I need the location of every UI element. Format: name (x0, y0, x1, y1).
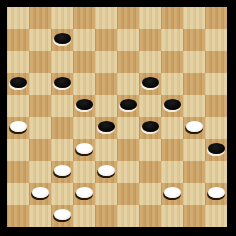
square-r3c9-light (205, 73, 227, 95)
square-r2c5-dark[interactable] (117, 51, 139, 73)
square-r4c9-dark[interactable] (205, 95, 227, 117)
square-r7c9-light (205, 161, 227, 183)
square-r8c7-dark[interactable] (161, 183, 183, 205)
square-r5c1-light (29, 117, 51, 139)
square-r9c4-dark[interactable] (95, 205, 117, 227)
black-man[interactable] (54, 33, 71, 44)
square-r0c6-light (139, 7, 161, 29)
square-r0c7-dark[interactable] (161, 7, 183, 29)
square-r5c6-dark[interactable] (139, 117, 161, 139)
square-r9c5-light (117, 205, 139, 227)
square-r7c7-light (161, 161, 183, 183)
square-r7c8-dark[interactable] (183, 161, 205, 183)
square-r1c6-dark[interactable] (139, 29, 161, 51)
square-r0c3-dark[interactable] (73, 7, 95, 29)
square-r2c7-dark[interactable] (161, 51, 183, 73)
square-r7c3-light (73, 161, 95, 183)
square-r7c4-dark[interactable] (95, 161, 117, 183)
white-man[interactable] (186, 121, 203, 132)
square-r1c9-light (205, 29, 227, 51)
square-r5c3-light (73, 117, 95, 139)
square-r0c0-light (7, 7, 29, 29)
square-r0c4-light (95, 7, 117, 29)
white-man[interactable] (98, 165, 115, 176)
square-r2c6-light (139, 51, 161, 73)
square-r2c8-light (183, 51, 205, 73)
square-r5c4-dark[interactable] (95, 117, 117, 139)
square-r0c8-light (183, 7, 205, 29)
square-r1c3-light (73, 29, 95, 51)
square-r1c8-dark[interactable] (183, 29, 205, 51)
square-r4c8-light (183, 95, 205, 117)
white-man[interactable] (76, 143, 93, 154)
square-r8c4-light (95, 183, 117, 205)
square-r5c2-dark[interactable] (51, 117, 73, 139)
square-r3c0-dark[interactable] (7, 73, 29, 95)
square-r4c3-dark[interactable] (73, 95, 95, 117)
black-man[interactable] (208, 143, 225, 154)
black-man[interactable] (164, 99, 181, 110)
square-r4c7-dark[interactable] (161, 95, 183, 117)
black-man[interactable] (98, 121, 115, 132)
square-r9c8-dark[interactable] (183, 205, 205, 227)
square-r8c9-dark[interactable] (205, 183, 227, 205)
square-r7c5-light (117, 161, 139, 183)
square-r0c9-dark[interactable] (205, 7, 227, 29)
square-r5c0-dark[interactable] (7, 117, 29, 139)
white-man[interactable] (54, 209, 71, 220)
square-r8c8-light (183, 183, 205, 205)
square-r1c4-dark[interactable] (95, 29, 117, 51)
square-r2c3-dark[interactable] (73, 51, 95, 73)
square-r0c5-dark[interactable] (117, 7, 139, 29)
square-r9c0-dark[interactable] (7, 205, 29, 227)
square-r3c8-dark[interactable] (183, 73, 205, 95)
square-r3c6-dark[interactable] (139, 73, 161, 95)
square-r8c6-light (139, 183, 161, 205)
square-r3c3-light (73, 73, 95, 95)
square-r6c6-light (139, 139, 161, 161)
white-man[interactable] (54, 165, 71, 176)
square-r8c2-light (51, 183, 73, 205)
square-r4c0-light (7, 95, 29, 117)
draughts-board (7, 7, 227, 227)
square-r5c7-light (161, 117, 183, 139)
square-r9c7-light (161, 205, 183, 227)
square-r1c0-dark[interactable] (7, 29, 29, 51)
square-r3c4-dark[interactable] (95, 73, 117, 95)
square-r5c8-dark[interactable] (183, 117, 205, 139)
white-man[interactable] (164, 187, 181, 198)
black-man[interactable] (142, 121, 159, 132)
square-r1c2-dark[interactable] (51, 29, 73, 51)
square-r9c1-light (29, 205, 51, 227)
square-r8c1-dark[interactable] (29, 183, 51, 205)
square-r2c4-light (95, 51, 117, 73)
square-r2c2-light (51, 51, 73, 73)
square-r3c2-dark[interactable] (51, 73, 73, 95)
square-r2c0-light (7, 51, 29, 73)
square-r6c9-dark[interactable] (205, 139, 227, 161)
square-r5c5-light (117, 117, 139, 139)
draughts-board-frame (0, 0, 236, 236)
square-r7c1-light (29, 161, 51, 183)
square-r3c7-light (161, 73, 183, 95)
square-r4c6-light (139, 95, 161, 117)
square-r6c5-dark[interactable] (117, 139, 139, 161)
square-r7c6-dark[interactable] (139, 161, 161, 183)
square-r6c0-light (7, 139, 29, 161)
square-r9c3-light (73, 205, 95, 227)
square-r0c2-light (51, 7, 73, 29)
square-r6c3-dark[interactable] (73, 139, 95, 161)
black-man[interactable] (76, 99, 93, 110)
square-r9c9-light (205, 205, 227, 227)
square-r4c2-light (51, 95, 73, 117)
square-r4c1-dark[interactable] (29, 95, 51, 117)
black-man[interactable] (142, 77, 159, 88)
white-man[interactable] (208, 187, 225, 198)
square-r6c2-light (51, 139, 73, 161)
square-r1c5-light (117, 29, 139, 51)
square-r9c6-dark[interactable] (139, 205, 161, 227)
square-r6c1-dark[interactable] (29, 139, 51, 161)
square-r9c2-dark[interactable] (51, 205, 73, 227)
square-r8c3-dark[interactable] (73, 183, 95, 205)
black-man[interactable] (54, 77, 71, 88)
square-r8c5-dark[interactable] (117, 183, 139, 205)
black-man[interactable] (10, 77, 27, 88)
square-r7c0-dark[interactable] (7, 161, 29, 183)
square-r2c1-dark[interactable] (29, 51, 51, 73)
square-r4c5-dark[interactable] (117, 95, 139, 117)
black-man[interactable] (120, 99, 137, 110)
square-r3c5-light (117, 73, 139, 95)
square-r0c1-dark[interactable] (29, 7, 51, 29)
square-r1c1-light (29, 29, 51, 51)
white-man[interactable] (76, 187, 93, 198)
white-man[interactable] (32, 187, 49, 198)
square-r6c8-light (183, 139, 205, 161)
white-man[interactable] (10, 121, 27, 132)
square-r3c1-light (29, 73, 51, 95)
square-r6c4-light (95, 139, 117, 161)
square-r2c9-dark[interactable] (205, 51, 227, 73)
square-r8c0-light (7, 183, 29, 205)
square-r7c2-dark[interactable] (51, 161, 73, 183)
square-r6c7-dark[interactable] (161, 139, 183, 161)
square-r5c9-light (205, 117, 227, 139)
square-r4c4-light (95, 95, 117, 117)
square-r1c7-light (161, 29, 183, 51)
